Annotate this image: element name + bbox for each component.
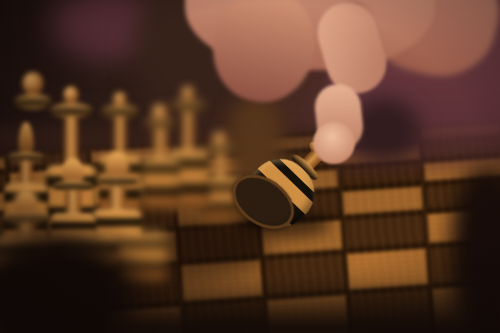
piece-finial — [14, 188, 39, 215]
mid-piece — [140, 104, 180, 210]
piece-finial — [105, 152, 129, 178]
piece-body — [109, 186, 126, 212]
piece-finial — [62, 158, 84, 183]
piece-body — [65, 190, 81, 215]
piece-body — [213, 152, 227, 179]
piece-finial — [64, 86, 79, 104]
piece-body — [19, 160, 32, 185]
piece-finial — [19, 122, 34, 154]
index-fingertip — [313, 122, 355, 164]
piece-finial — [22, 72, 43, 95]
piece-base — [140, 157, 180, 210]
piece-body — [153, 127, 167, 159]
photo-frame — [0, 0, 500, 333]
piece-body — [182, 111, 194, 153]
